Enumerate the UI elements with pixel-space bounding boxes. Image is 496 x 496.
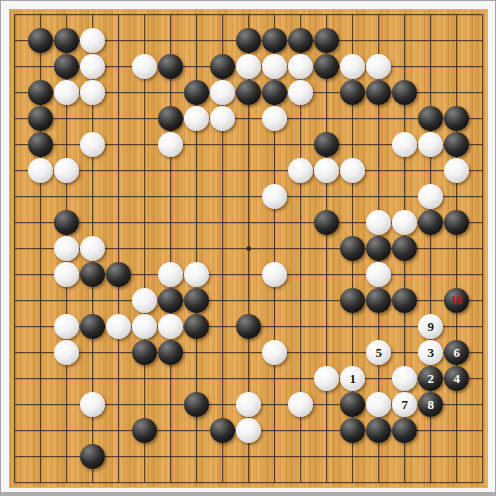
star-point: [246, 246, 251, 251]
move-number-7: 7: [401, 398, 408, 411]
move-number-9: 9: [427, 320, 434, 333]
move-number-6: 6: [453, 346, 460, 359]
move-number-4: 4: [453, 372, 460, 385]
move-number-10: 10: [451, 294, 463, 306]
go-app-window: 10953612478: [0, 0, 496, 496]
move-number-8: 8: [427, 398, 434, 411]
move-number-5: 5: [375, 346, 382, 359]
go-board[interactable]: 10953612478: [9, 9, 488, 488]
move-number-2: 2: [427, 372, 434, 385]
move-number-3: 3: [427, 346, 434, 359]
move-number-1: 1: [349, 372, 356, 385]
